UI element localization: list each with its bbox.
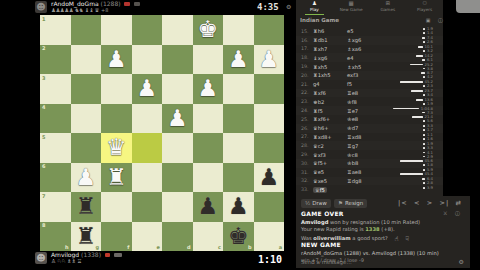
move-number: 31. (301, 170, 313, 175)
square-a1[interactable] (254, 15, 285, 45)
figurine-icon: ♔ (347, 152, 352, 158)
move-time-bar (423, 94, 425, 96)
file-label-d: d (187, 245, 191, 250)
square-a4[interactable] (254, 104, 285, 134)
move-times: 21.45.6 (387, 115, 443, 123)
figurine-icon: ♜ (313, 116, 318, 122)
material-advantage: +8 (101, 7, 108, 13)
black-move[interactable]: exf3 (347, 72, 387, 78)
square-e3[interactable]: ♟ (132, 74, 163, 104)
square-b6[interactable] (223, 163, 254, 193)
game-over-section: GAME OVER ⚔ ⓘ Amvilogd won by resignatio… (301, 210, 465, 243)
move-number: 29. (301, 152, 313, 157)
figurine-icon: ♜ (313, 37, 318, 43)
black-move[interactable]: ♗xh5 (347, 64, 387, 70)
move-time: 3.9 (423, 186, 433, 190)
square-d2[interactable] (162, 45, 193, 75)
black-move[interactable]: ♔e8 (347, 116, 387, 122)
white-pawn-c3: ♟ (197, 77, 218, 100)
game-over-icons[interactable]: ⚔ ⓘ (443, 210, 463, 216)
move-number: 16. (301, 38, 313, 43)
figurine-icon: ♔ (347, 160, 352, 166)
square-h4[interactable]: 4 (40, 104, 71, 134)
square-f8[interactable]: f (101, 222, 132, 252)
move-time-bar (410, 64, 423, 66)
winner-name: Amvilogd (301, 219, 328, 225)
white-move[interactable]: ♜db1 (313, 37, 347, 43)
rank-label-2: 2 (42, 46, 45, 51)
figurine-icon: ♛ (313, 160, 318, 166)
square-a8[interactable]: a (254, 222, 285, 252)
resign-button[interactable]: ⚑Resign (334, 199, 367, 208)
nav-last-button[interactable]: >| (439, 199, 449, 207)
square-e8[interactable]: e (132, 222, 163, 252)
move-time-bar (423, 134, 425, 136)
figurine-icon: ♗ (347, 46, 352, 52)
file-label-a: a (279, 245, 282, 250)
square-c2[interactable] (193, 45, 224, 75)
square-b5[interactable] (223, 133, 254, 163)
square-d8[interactable]: d (162, 222, 193, 252)
move-times: 10.13.2 (387, 45, 443, 53)
white-move[interactable]: ♛f5+ (313, 160, 347, 166)
nav-prev-button[interactable]: < (414, 199, 420, 207)
square-f7[interactable] (101, 192, 132, 222)
move-row-21: 21.g4f545.22.3 (296, 80, 443, 89)
move-number: 19. (301, 64, 313, 69)
square-h2[interactable]: 2 (40, 45, 71, 75)
move-times: 23.73.4 (387, 89, 443, 97)
move-time-bar (416, 55, 423, 57)
move-times: 8.74.2 (387, 71, 443, 79)
figurine-icon: ♝ (313, 55, 318, 61)
white-move[interactable]: ♜xh7 (313, 46, 347, 52)
figurine-icon: ♖ (347, 90, 352, 96)
bottom-player-username: Amvilogd (51, 251, 79, 258)
square-f2[interactable]: ♟ (101, 45, 132, 75)
white-move[interactable]: ♜xf6+ (313, 116, 347, 122)
square-c4[interactable] (193, 104, 224, 134)
move-navigation: |< < > >| ⇄ (395, 199, 462, 208)
white-move[interactable]: g4 (313, 81, 347, 87)
move-time-bar (423, 182, 425, 184)
square-g8[interactable]: g♜ (71, 222, 102, 252)
square-d6[interactable] (162, 163, 193, 193)
white-move[interactable]: ♛xf3 (313, 152, 347, 158)
figurine-icon: ♔ (347, 99, 352, 105)
file-label-c: c (218, 245, 221, 250)
top-player-bar: ☻ rAndoM_doGma (1288) ♟♟♟♟♟ ♞♞ ♝♝ ♛+8 (35, 0, 290, 15)
white-move[interactable]: ♜f5 (313, 108, 347, 114)
move-row-17: 17.♜xh7♗xa610.13.2 (296, 45, 443, 54)
opening-icons[interactable]: ▣ ⓘ (426, 17, 446, 23)
board-settings-gear-icon[interactable]: ⚙ (286, 3, 291, 10)
move-time-bar (418, 46, 423, 48)
move-number: 20. (301, 73, 313, 78)
square-h1[interactable]: 1 (40, 15, 71, 45)
move-row-20: 20.♜1xh5exf38.74.2 (296, 71, 443, 80)
move-row-30: 30.♛f5+♔b845.61.8 (296, 159, 443, 168)
square-e2[interactable] (132, 45, 163, 75)
black-move[interactable]: e5 (347, 28, 387, 34)
figurine-icon: ♜ (313, 108, 318, 114)
video-overlay-box (456, 0, 480, 13)
black-move[interactable]: ♔d7 (347, 125, 387, 131)
square-d7[interactable] (162, 192, 193, 222)
square-g1[interactable] (71, 15, 102, 45)
move-row-24: 24.♜f5♖e71:04.87.3 (296, 106, 443, 115)
black-move[interactable]: ♔c8 (347, 152, 387, 158)
move-number: 23. (301, 99, 313, 104)
figurine-icon: ♔ (347, 125, 352, 131)
square-e5[interactable] (132, 133, 163, 163)
bottom-player-clock: 1:10 (258, 254, 282, 265)
white-pawn-d4: ♟ (167, 107, 188, 130)
top-player-avatar[interactable]: ☻ (35, 1, 47, 13)
white-pawn-f2: ♟ (106, 48, 127, 71)
figurine-icon: ♔ (347, 116, 352, 122)
square-d4[interactable]: ♟ (162, 104, 193, 134)
top-player-badge-icon (134, 2, 140, 6)
figurine-icon: ♜ (313, 72, 318, 78)
move-row-18: 18.♝xg6e414.26.1 (296, 53, 443, 62)
white-king-c1: ♚ (197, 18, 218, 41)
move-time-value: 3.9 (427, 186, 433, 190)
square-d1[interactable] (162, 15, 193, 45)
tab-label: Games (370, 7, 407, 12)
move-number: 22. (301, 90, 313, 95)
move-time-bar (423, 50, 425, 52)
square-e6[interactable] (132, 163, 163, 193)
move-number: 26. (301, 126, 313, 131)
black-move[interactable]: f5 (347, 81, 387, 87)
move-time-bar (400, 160, 423, 162)
white-move[interactable]: ♚b2 (313, 99, 347, 105)
square-b3[interactable] (223, 74, 254, 104)
figurine-icon: ♖ (347, 108, 352, 114)
square-g6[interactable]: ♟ (71, 163, 102, 193)
black-king-b8: ♚ (228, 225, 249, 248)
tab-label: Players (406, 7, 443, 12)
move-time-bar (422, 37, 426, 39)
move-times: 7.42.6 (387, 36, 443, 44)
top-player-name[interactable]: rAndoM_doGma (1288) (51, 0, 140, 7)
bottom-player-avatar[interactable]: ☻ (35, 252, 47, 264)
bottom-player-badge-icon (114, 253, 122, 257)
square-c1[interactable]: ♚ (193, 15, 224, 45)
opening-name: Indian Game (300, 17, 440, 26)
square-b2[interactable]: ♟ (223, 45, 254, 75)
tab-play[interactable]: ♟Play (296, 0, 333, 15)
black-move[interactable]: ♔f8 (347, 99, 387, 105)
move-time-bar (423, 164, 425, 166)
figurine-icon: ♜ (313, 28, 318, 34)
tab-games[interactable]: ⊞Games (370, 0, 407, 15)
move-time-bar (423, 28, 425, 30)
figurine-icon: ♖ (347, 169, 352, 175)
side-panel: ♟Play▦New Game⊞Games⚇Players Indian Game… (296, 0, 470, 268)
chat-input[interactable]: Send a message... (301, 259, 451, 265)
black-move[interactable]: ♖e7 (347, 108, 387, 114)
square-a3[interactable] (254, 74, 285, 104)
black-move[interactable]: e4 (347, 55, 387, 61)
move-row-26: 26.♛h6+♔d73.31.7 (296, 124, 443, 133)
move-time-bar (421, 72, 425, 74)
black-move[interactable]: ♗xa6 (347, 46, 387, 52)
white-move[interactable]: ♛c2 (313, 143, 347, 149)
move-times: 5.945.4 (387, 168, 443, 176)
move-times: 14.26.1 (387, 54, 443, 62)
figurine-icon: ♜ (313, 64, 318, 70)
square-g5[interactable] (71, 133, 102, 163)
move-row-31: 31.♛e5♖ae85.945.4 (296, 168, 443, 177)
square-g7[interactable]: ♜ (71, 192, 102, 222)
move-times: 1.91.4 (387, 27, 443, 35)
square-g4[interactable] (71, 104, 102, 134)
move-times: 45.22.3 (387, 80, 443, 88)
rank-label-7: 7 (42, 194, 45, 199)
figurine-icon: ♗ (347, 64, 352, 70)
white-move[interactable]: ♛xe5 (313, 178, 347, 184)
square-f5[interactable]: ♛ (101, 133, 132, 163)
move-time-bar (423, 152, 425, 154)
square-f6[interactable]: ♜ (101, 163, 132, 193)
square-e7[interactable] (132, 192, 163, 222)
move-time-bar (400, 173, 423, 175)
move-times: 4.12.9 (387, 151, 443, 159)
top-player-clock: 4:35 (257, 2, 279, 12)
move-number: 17. (301, 46, 313, 51)
white-move[interactable]: ♜xf6 (313, 90, 347, 96)
flip-board-icon[interactable]: ⇄ (456, 199, 462, 207)
square-e1[interactable] (132, 15, 163, 45)
white-move[interactable]: ♛e5 (313, 169, 347, 175)
top-player-rating: (1288) (101, 0, 121, 7)
rank-label-3: 3 (42, 76, 45, 81)
square-e4[interactable] (132, 104, 163, 134)
figurine-icon: ♛ (313, 125, 318, 131)
move-row-29: 29.♛xf3♔c84.12.9 (296, 150, 443, 159)
figurine-icon: ♗ (347, 37, 352, 43)
move-number: 25. (301, 117, 313, 122)
square-a5[interactable] (254, 133, 285, 163)
move-times: 1:04.87.3 (387, 107, 443, 115)
black-move[interactable]: ♖ae8 (347, 169, 387, 175)
move-times: 3.31.7 (387, 124, 443, 132)
top-player-captured-pieces: ♟♟♟♟♟ ♞♞ ♝♝ ♛+8 (51, 7, 108, 13)
new-game-matchup[interactable]: rAndoM_doGma (1288) vs. Amvilogd (1338) … (301, 250, 465, 256)
resign-flag-icon: ⚑ (338, 200, 343, 206)
file-label-f: f (127, 245, 129, 250)
square-c7[interactable]: ♟ (193, 192, 224, 222)
panel-black-strip (443, 0, 470, 196)
move-time-bar (423, 85, 425, 87)
move-times: 6.42.8 (387, 177, 443, 185)
white-move[interactable]: ♛f5 (313, 187, 347, 193)
rank-label-8: 8 (42, 223, 45, 228)
move-times: 13.61.9 (387, 98, 443, 106)
move-number: 21. (301, 82, 313, 87)
black-pawn-a6: ♟ (258, 166, 279, 189)
move-time-bar (422, 112, 426, 114)
white-move[interactable]: ♝xg6 (313, 55, 347, 61)
white-queen-f5: ♛ (106, 136, 127, 159)
bottom-player-rating: (1338) (81, 251, 101, 258)
game-result-text: Amvilogd won by resignation (10 min Rate… (301, 219, 465, 225)
move-row-32: 32.♛xe5♖dg86.42.8 (296, 177, 443, 186)
chess-board: 1♚2♟♟♟3♟♟4♟5♛6♟♜♟7♜♟♟8hg♜fedcb♚a (40, 15, 284, 251)
players-icon: ⚇ (406, 0, 443, 7)
move-times: 45.61.8 (387, 159, 443, 167)
square-g3[interactable] (71, 74, 102, 104)
file-label-b: b (248, 245, 252, 250)
white-move[interactable]: ♜h6 (313, 28, 347, 34)
square-b7[interactable]: ♟ (223, 192, 254, 222)
bottom-player-flag-icon (105, 253, 110, 257)
figurine-icon: ♛ (315, 187, 320, 193)
draw-button[interactable]: ½Draw (301, 199, 331, 208)
move-times: 25.23.8 (387, 63, 443, 71)
square-f1[interactable] (101, 15, 132, 45)
square-h5[interactable]: 5 (40, 133, 71, 163)
chess-app: ☻ rAndoM_doGma (1288) ♟♟♟♟♟ ♞♞ ♝♝ ♛+8 4:… (0, 0, 480, 270)
move-number: 30. (301, 161, 313, 166)
file-label-h: h (65, 245, 69, 250)
white-move[interactable]: ♜xh5 (313, 64, 347, 70)
white-move[interactable]: ♜xd8+ (313, 134, 347, 140)
file-label-e: e (157, 245, 160, 250)
top-player-username: rAndoM_doGma (51, 0, 99, 7)
move-times: 1.11.6 (387, 133, 443, 141)
rank-label-4: 4 (42, 105, 45, 110)
move-time-bar (423, 147, 425, 149)
square-d3[interactable] (162, 74, 193, 104)
square-g2[interactable] (71, 45, 102, 75)
black-rook-g8: ♜ (75, 225, 96, 248)
square-d5[interactable] (162, 133, 193, 163)
black-pawn-b7: ♟ (228, 195, 249, 218)
figurine-icon: ♜ (313, 90, 318, 96)
figurine-icon: ♜ (313, 46, 318, 52)
move-time-bar (423, 156, 425, 158)
tab-new-game[interactable]: ▦New Game (333, 0, 370, 15)
black-move[interactable]: ♖dg8 (347, 178, 387, 184)
move-number: 15. (301, 29, 313, 34)
move-time-bar (423, 143, 425, 145)
move-times: 1.93.3 (387, 142, 443, 150)
move-time-bar (423, 103, 425, 105)
square-c3[interactable]: ♟ (193, 74, 224, 104)
chat-settings-gear-icon[interactable]: ⚙ (459, 258, 464, 265)
square-b4[interactable] (223, 104, 254, 134)
square-h3[interactable]: 3 (40, 74, 71, 104)
square-a2[interactable]: ♟ (254, 45, 285, 75)
square-c6[interactable] (193, 163, 224, 193)
rank-label-6: 6 (42, 164, 45, 169)
figurine-icon: ♚ (313, 99, 318, 105)
top-player-flag-icon (124, 2, 130, 6)
black-move[interactable]: ♖g7 (347, 143, 387, 149)
move-row-15: 15.♜h6e51.91.4 (296, 27, 443, 36)
move-time-bar (423, 68, 425, 70)
move-number: 32. (301, 178, 313, 183)
black-move[interactable]: ♖xd8 (347, 134, 387, 140)
move-times: 3.9 (387, 186, 443, 194)
tab-label: Play (296, 7, 333, 12)
move-row-28: 28.♛c2♖g71.93.3 (296, 141, 443, 150)
game-over-title: GAME OVER (301, 210, 465, 217)
tab-players[interactable]: ⚇Players (406, 0, 443, 15)
black-move[interactable]: ♔b8 (347, 160, 387, 166)
move-time-bar (422, 59, 425, 61)
new-game-icon: ▦ (333, 0, 370, 7)
figurine-icon: ♖ (347, 178, 352, 184)
black-move[interactable]: ♗xg6 (347, 37, 387, 43)
move-time-bar (423, 76, 425, 78)
rank-label-5: 5 (42, 135, 45, 140)
figurine-icon: ♛ (313, 152, 318, 158)
move-row-23: 23.♚b2♔f813.61.9 (296, 97, 443, 106)
move-row-16: 16.♜db1♗xg67.42.6 (296, 36, 443, 45)
square-a6[interactable]: ♟ (254, 163, 285, 193)
nav-next-button[interactable]: > (427, 199, 433, 207)
bottom-player-bar: ☻ Amvilogd (1338) ♙ ♘♘ ♗♗ ♖ (35, 251, 290, 266)
square-b1[interactable] (223, 15, 254, 45)
move-number: 18. (301, 55, 313, 60)
move-number: 27. (301, 134, 313, 139)
square-h6[interactable]: 6 (40, 163, 71, 193)
square-c8[interactable]: c (193, 222, 224, 252)
square-f4[interactable] (101, 104, 132, 134)
black-move[interactable]: ♖e8 (347, 90, 387, 96)
square-f3[interactable] (101, 74, 132, 104)
white-move[interactable]: ♛h6+ (313, 125, 347, 131)
move-time-bar (423, 32, 425, 34)
square-h8[interactable]: 8h (40, 222, 71, 252)
figurine-icon: ♖ (347, 143, 352, 149)
move-row-27: 27.♜xd8+♖xd81.11.6 (296, 133, 443, 142)
square-b8[interactable]: b♚ (223, 222, 254, 252)
move-time-bar (412, 116, 423, 118)
black-pawn-c7: ♟ (197, 195, 218, 218)
move-time-bar (411, 90, 423, 92)
white-pawn-g6: ♟ (75, 166, 96, 189)
square-c5[interactable] (193, 133, 224, 163)
move-time-bar (423, 41, 425, 43)
white-pawn-e3: ♟ (136, 77, 157, 100)
move-list: 15.♜h6e51.91.416.♜db1♗xg67.42.617.♜xh7♗x… (296, 27, 443, 195)
file-label-g: g (95, 245, 99, 250)
new-game-title: NEW GAME (301, 241, 465, 248)
move-time-bar (423, 129, 425, 131)
rank-label-1: 1 (42, 17, 45, 22)
white-move[interactable]: ♜1xh5 (313, 72, 347, 78)
bottom-player-name[interactable]: Amvilogd (1338) (51, 251, 122, 258)
move-row-25: 25.♜xf6+♔e821.45.6 (296, 115, 443, 124)
move-row-22: 22.♜xf6♖e823.73.4 (296, 89, 443, 98)
figurine-icon: ♛ (313, 169, 318, 175)
square-a7[interactable] (254, 192, 285, 222)
move-time-bar (422, 178, 425, 180)
tab-label: New Game (333, 7, 370, 12)
rating-update-text: Your new Rapid rating is 1338 (+8). (301, 226, 465, 232)
nav-first-button[interactable]: |< (398, 199, 408, 207)
move-time-bar (423, 138, 425, 140)
white-pawn-b2: ♟ (228, 48, 249, 71)
square-h7[interactable]: 7 (40, 192, 71, 222)
figurine-icon: ♛ (313, 143, 318, 149)
move-number: 33. (301, 187, 313, 192)
